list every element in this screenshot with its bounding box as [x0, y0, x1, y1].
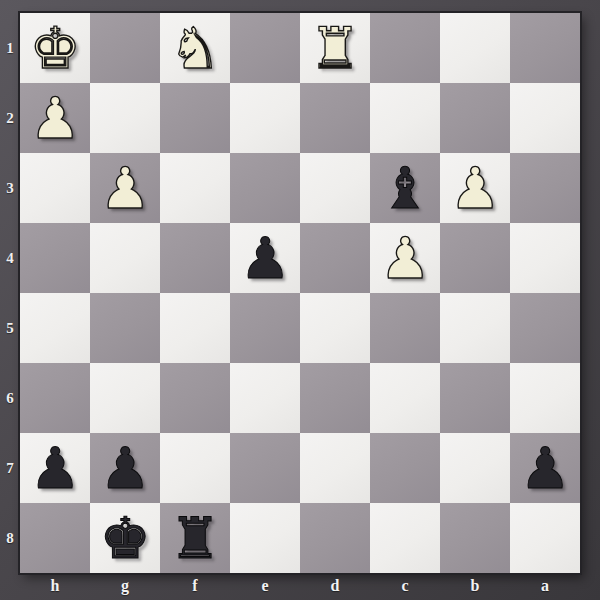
rank-label-4: 4 — [0, 223, 20, 293]
square-e8[interactable] — [230, 503, 300, 573]
square-e4[interactable]: ♟ — [230, 223, 300, 293]
square-g1[interactable] — [90, 13, 160, 83]
square-b6[interactable] — [440, 363, 510, 433]
square-d2[interactable] — [300, 83, 370, 153]
white-pawn-piece[interactable]: ♟ — [29, 83, 80, 153]
square-g7[interactable]: ♟ — [90, 433, 160, 503]
rank-label-3: 3 — [0, 153, 20, 223]
square-c8[interactable] — [370, 503, 440, 573]
black-pawn-piece[interactable]: ♟ — [99, 433, 150, 503]
white-knight-piece[interactable]: ♞ — [169, 13, 220, 83]
square-a3[interactable] — [510, 153, 580, 223]
rank-label-2: 2 — [0, 83, 20, 153]
square-e5[interactable] — [230, 293, 300, 363]
square-f7[interactable] — [160, 433, 230, 503]
file-label-a: a — [510, 575, 580, 597]
chess-board: ♚♞♜♟♟♝♟♟♟♟♟♟♚♜ — [20, 13, 580, 573]
square-a8[interactable] — [510, 503, 580, 573]
square-c4[interactable]: ♟ — [370, 223, 440, 293]
square-b4[interactable] — [440, 223, 510, 293]
black-pawn-piece[interactable]: ♟ — [29, 433, 80, 503]
square-f5[interactable] — [160, 293, 230, 363]
black-rook-piece[interactable]: ♜ — [169, 503, 220, 573]
square-f3[interactable] — [160, 153, 230, 223]
file-label-c: c — [370, 575, 440, 597]
square-a7[interactable]: ♟ — [510, 433, 580, 503]
black-pawn-piece[interactable]: ♟ — [519, 433, 570, 503]
square-a2[interactable] — [510, 83, 580, 153]
rank-label-1: 1 — [0, 13, 20, 83]
square-h8[interactable] — [20, 503, 90, 573]
square-b5[interactable] — [440, 293, 510, 363]
file-label-h: h — [20, 575, 90, 597]
square-d1[interactable]: ♜ — [300, 13, 370, 83]
white-pawn-piece[interactable]: ♟ — [379, 223, 430, 293]
rank-label-5: 5 — [0, 293, 20, 363]
square-c2[interactable] — [370, 83, 440, 153]
square-c5[interactable] — [370, 293, 440, 363]
square-d6[interactable] — [300, 363, 370, 433]
square-f1[interactable]: ♞ — [160, 13, 230, 83]
square-a6[interactable] — [510, 363, 580, 433]
square-c3[interactable]: ♝ — [370, 153, 440, 223]
square-d8[interactable] — [300, 503, 370, 573]
white-king-piece[interactable]: ♚ — [29, 13, 80, 83]
black-pawn-piece[interactable]: ♟ — [239, 223, 290, 293]
square-g6[interactable] — [90, 363, 160, 433]
square-c6[interactable] — [370, 363, 440, 433]
square-c7[interactable] — [370, 433, 440, 503]
black-bishop-piece[interactable]: ♝ — [379, 153, 430, 223]
file-label-b: b — [440, 575, 510, 597]
white-pawn-piece[interactable]: ♟ — [449, 153, 500, 223]
square-b7[interactable] — [440, 433, 510, 503]
white-pawn-piece[interactable]: ♟ — [99, 153, 150, 223]
square-b2[interactable] — [440, 83, 510, 153]
square-a1[interactable] — [510, 13, 580, 83]
square-h3[interactable] — [20, 153, 90, 223]
rank-label-8: 8 — [0, 503, 20, 573]
black-king-piece[interactable]: ♚ — [99, 503, 150, 573]
square-d7[interactable] — [300, 433, 370, 503]
file-label-f: f — [160, 575, 230, 597]
square-a4[interactable] — [510, 223, 580, 293]
square-h7[interactable]: ♟ — [20, 433, 90, 503]
square-g8[interactable]: ♚ — [90, 503, 160, 573]
file-label-e: e — [230, 575, 300, 597]
square-g2[interactable] — [90, 83, 160, 153]
square-f8[interactable]: ♜ — [160, 503, 230, 573]
square-e7[interactable] — [230, 433, 300, 503]
square-e3[interactable] — [230, 153, 300, 223]
square-d3[interactable] — [300, 153, 370, 223]
square-a5[interactable] — [510, 293, 580, 363]
square-h2[interactable]: ♟ — [20, 83, 90, 153]
square-e1[interactable] — [230, 13, 300, 83]
square-d4[interactable] — [300, 223, 370, 293]
square-e2[interactable] — [230, 83, 300, 153]
square-f6[interactable] — [160, 363, 230, 433]
white-rook-piece[interactable]: ♜ — [309, 13, 360, 83]
chess-board-frame: ♚♞♜♟♟♝♟♟♟♟♟♟♚♜ 12345678 hgfedcba — [0, 0, 600, 600]
square-e6[interactable] — [230, 363, 300, 433]
rank-label-7: 7 — [0, 433, 20, 503]
square-d5[interactable] — [300, 293, 370, 363]
square-g5[interactable] — [90, 293, 160, 363]
square-h1[interactable]: ♚ — [20, 13, 90, 83]
square-c1[interactable] — [370, 13, 440, 83]
square-f4[interactable] — [160, 223, 230, 293]
square-f2[interactable] — [160, 83, 230, 153]
square-h4[interactable] — [20, 223, 90, 293]
square-g4[interactable] — [90, 223, 160, 293]
rank-label-6: 6 — [0, 363, 20, 433]
file-label-d: d — [300, 575, 370, 597]
square-h6[interactable] — [20, 363, 90, 433]
square-h5[interactable] — [20, 293, 90, 363]
square-b1[interactable] — [440, 13, 510, 83]
file-label-g: g — [90, 575, 160, 597]
square-b3[interactable]: ♟ — [440, 153, 510, 223]
square-b8[interactable] — [440, 503, 510, 573]
square-g3[interactable]: ♟ — [90, 153, 160, 223]
